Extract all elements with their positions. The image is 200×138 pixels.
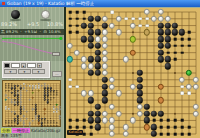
black-territory-mark: [174, 38, 177, 41]
black-territory-mark: [69, 119, 72, 122]
black-territory-mark: [90, 126, 93, 129]
black-territory-mark: [5, 88, 6, 89]
white-stone: [25, 89, 28, 92]
black-territory-mark: [50, 95, 51, 96]
score-lead: +9.5: [27, 21, 39, 28]
black-territory-mark: [167, 119, 170, 122]
black-territory-mark: [83, 126, 86, 129]
black-territory-mark: [181, 45, 184, 48]
black-territory-mark: [50, 99, 51, 100]
black-territory-mark: [56, 123, 57, 124]
app-icon: [2, 2, 5, 5]
spinner-1[interactable]: ▴: [21, 63, 26, 68]
black-territory-mark: [44, 123, 45, 124]
setting-box-1[interactable]: [11, 63, 20, 68]
white-stone: [58, 117, 61, 120]
black-territory-mark: [53, 120, 54, 121]
black-territory-mark: [53, 97, 54, 98]
candidate-move-circle: [43, 108, 46, 111]
white-stone: [25, 117, 28, 120]
black-territory-mark: [174, 126, 177, 129]
black-territory-mark: [8, 85, 9, 86]
black-territory-mark: [83, 17, 86, 20]
black-territory-mark: [5, 120, 6, 121]
black-territory-mark: [188, 126, 191, 129]
black-territory-mark: [8, 125, 9, 126]
black-stone: [46, 101, 49, 104]
white-territory-mark: [188, 92, 191, 95]
mini-board-thumbnail: [2, 80, 61, 127]
black-territory-mark: [56, 90, 57, 91]
white-territory-mark: [125, 17, 128, 20]
black-territory-mark: [188, 133, 191, 136]
black-territory-mark: [188, 31, 191, 34]
white-territory-mark: [111, 11, 114, 14]
engine-badge: KataGo: [67, 130, 83, 135]
white-territory-mark: [69, 78, 72, 81]
white-territory-mark: [56, 111, 57, 112]
black-territory-mark: [47, 123, 48, 124]
black-territory-mark: [181, 119, 184, 122]
black-territory-mark: [14, 123, 15, 124]
analysis-panel: 89.2% +9.5 10.8% 黒 89.2% ・ +9.5目 ・ 白 10.…: [0, 7, 64, 138]
black-territory-mark: [167, 133, 170, 136]
black-territory-mark: [50, 92, 51, 93]
white-stone: [58, 108, 61, 111]
white-territory-mark: [5, 106, 6, 107]
dropdown-2[interactable]: ▾: [18, 69, 31, 74]
winrate-row: 89.2% +9.5 10.8%: [0, 21, 64, 28]
black-territory-mark: [47, 125, 48, 126]
spinner-2[interactable]: ▾: [37, 63, 42, 68]
black-territory-mark: [83, 133, 86, 136]
white-stone: [25, 110, 28, 113]
black-territory-mark: [50, 125, 51, 126]
white-territory-mark: [23, 83, 24, 84]
black-territory-mark: [5, 90, 6, 91]
black-territory-mark: [69, 126, 72, 129]
black-territory-mark: [5, 85, 6, 86]
black-territory-mark: [167, 126, 170, 129]
white-stone: [28, 99, 31, 102]
white-territory-mark: [181, 92, 184, 95]
go-board[interactable]: [66, 8, 200, 138]
status-engine: KataGo/20b.gz: [31, 128, 60, 133]
white-stone: [22, 124, 25, 127]
black-territory-mark: [174, 58, 177, 61]
candidate-move-circle: [37, 89, 40, 92]
black-territory-mark: [181, 126, 184, 129]
black-territory-mark: [56, 95, 57, 96]
white-territory-mark: [146, 17, 149, 20]
black-territory-mark: [181, 51, 184, 54]
white-territory-mark: [76, 85, 79, 88]
black-territory-mark: [90, 133, 93, 136]
black-territory-mark: [174, 51, 177, 54]
black-territory-mark: [8, 88, 9, 89]
black-stone: [40, 124, 43, 127]
white-winrate: 10.8%: [47, 21, 63, 28]
white-territory-mark: [69, 85, 72, 88]
black-territory-mark: [53, 125, 54, 126]
white-territory-mark: [35, 85, 36, 86]
black-territory-mark: [53, 95, 54, 96]
black-territory-mark: [47, 120, 48, 121]
black-territory-mark: [11, 120, 12, 121]
black-territory-mark: [56, 125, 57, 126]
black-territory-mark: [69, 17, 72, 20]
black-territory-mark: [167, 51, 170, 54]
dropdown-1[interactable]: ▾: [4, 69, 17, 74]
black-territory-mark: [181, 133, 184, 136]
black-stone-button[interactable]: [4, 63, 10, 68]
white-territory-mark: [8, 109, 9, 110]
winrate-graph[interactable]: [0, 35, 64, 61]
white-stone: [31, 87, 34, 90]
black-territory-mark: [160, 119, 163, 122]
setting-box-2[interactable]: [27, 63, 36, 68]
black-territory-mark: [188, 38, 191, 41]
black-territory-mark: [50, 123, 51, 124]
black-territory-mark: [76, 119, 79, 122]
candidate-move-circle: [4, 99, 7, 102]
white-player-stone-icon: [41, 10, 50, 19]
white-territory-mark: [53, 109, 54, 110]
white-territory-mark: [35, 88, 36, 89]
black-territory-mark: [50, 120, 51, 121]
white-territory-mark: [139, 24, 142, 27]
black-territory-mark: [11, 123, 12, 124]
black-territory-mark: [53, 123, 54, 124]
black-territory-mark: [160, 126, 163, 129]
black-territory-mark: [76, 17, 79, 20]
black-territory-mark: [69, 31, 72, 34]
black-territory-mark: [44, 125, 45, 126]
panel-side-button[interactable]: …: [52, 71, 62, 77]
black-territory-mark: [76, 11, 79, 14]
white-stone: [31, 120, 34, 123]
black-player-stone-icon: [11, 10, 20, 19]
black-territory-mark: [174, 133, 177, 136]
black-territory-mark: [83, 11, 86, 14]
black-territory-mark: [181, 38, 184, 41]
black-territory-mark: [76, 24, 79, 27]
black-territory-mark: [56, 92, 57, 93]
black-territory-mark: [174, 119, 177, 122]
black-territory-mark: [5, 83, 6, 84]
black-stone: [16, 122, 19, 125]
white-stone: [25, 85, 28, 88]
window-title: Goban (19 x 19) - KataGo 解析 一時停止: [7, 0, 94, 7]
black-territory-mark: [11, 83, 12, 84]
black-territory-mark: [44, 120, 45, 121]
candidate-move-circle: [31, 96, 34, 99]
candidate-move-circle: [43, 113, 46, 116]
black-territory-mark: [188, 45, 191, 48]
black-territory-mark: [76, 126, 79, 129]
black-territory-mark: [160, 133, 163, 136]
white-territory-mark: [146, 24, 149, 27]
white-territory-mark: [132, 17, 135, 20]
status-area: 分析 一時停止 KataGo/20b.gz 黒番 135手: [1, 128, 64, 138]
black-territory-mark: [76, 31, 79, 34]
black-territory-mark: [69, 11, 72, 14]
white-stone: [28, 124, 31, 127]
black-territory-mark: [8, 120, 9, 121]
white-territory-mark: [29, 85, 30, 86]
black-territory-mark: [153, 119, 156, 122]
black-territory-mark: [50, 97, 51, 98]
black-territory-mark: [14, 125, 15, 126]
black-territory-mark: [8, 83, 9, 84]
black-territory-mark: [11, 125, 12, 126]
black-territory-mark: [69, 24, 72, 27]
title-bar: Goban (19 x 19) - KataGo 解析 一時停止: [0, 0, 200, 7]
white-territory-mark: [53, 111, 54, 112]
black-territory-mark: [174, 45, 177, 48]
white-territory-mark: [38, 85, 39, 86]
black-winrate: 89.2%: [1, 21, 17, 28]
candidate-move-circle: [31, 92, 34, 95]
black-territory-mark: [8, 90, 9, 91]
black-territory-mark: [53, 92, 54, 93]
dropdown-3[interactable]: ▾: [32, 69, 45, 74]
white-territory-mark: [5, 109, 6, 110]
black-territory-mark: [83, 119, 86, 122]
black-territory-mark: [5, 123, 6, 124]
white-territory-mark: [139, 17, 142, 20]
white-territory-mark: [181, 85, 184, 88]
engine-control-panel: ▴ ▾ ▾ ▾ ▾: [2, 61, 50, 78]
player-stones-row: [0, 8, 64, 22]
status-move-info: 黒番 135手: [1, 133, 64, 138]
graph-value-tag: [52, 52, 60, 56]
black-territory-mark: [8, 123, 9, 124]
